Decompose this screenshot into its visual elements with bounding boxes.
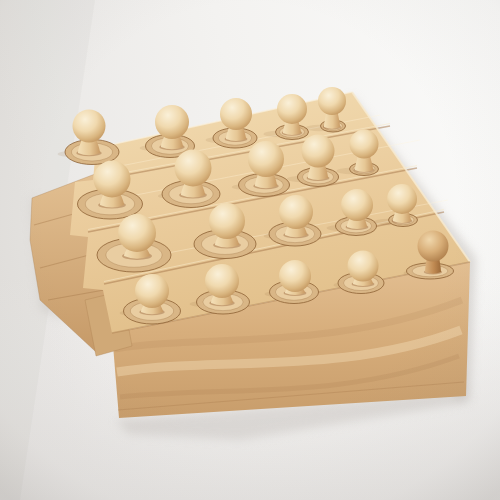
vignette bbox=[0, 0, 500, 500]
product-photo-canvas bbox=[0, 0, 500, 500]
cylinder-blocks-scene bbox=[0, 0, 500, 500]
